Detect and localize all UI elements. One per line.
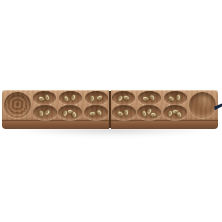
pit-top-4[interactable] (112, 91, 135, 105)
pit-top-2[interactable] (59, 91, 82, 105)
seed (90, 94, 95, 101)
mancala-board (2, 90, 218, 129)
pit-bottom-5[interactable] (137, 105, 161, 120)
pit-top-5[interactable] (138, 91, 161, 105)
seed (123, 93, 131, 100)
board-surface-right (111, 90, 218, 120)
pit-bottom-2[interactable] (58, 105, 82, 120)
pit-top-3[interactable] (85, 91, 108, 105)
photo-stage (0, 0, 222, 222)
seed (167, 94, 176, 102)
pit-bottom-1[interactable] (33, 105, 57, 120)
seed (124, 108, 130, 116)
seed (175, 110, 183, 119)
store-left (4, 92, 31, 118)
pit-bottom-4[interactable] (112, 105, 136, 120)
seed (70, 93, 77, 101)
seed (71, 110, 79, 119)
seed (95, 108, 103, 117)
seed (44, 93, 51, 101)
board-surface-left (2, 90, 109, 120)
board-front-edge-right (111, 120, 218, 129)
seed (150, 111, 158, 117)
pit-bottom-3[interactable] (84, 105, 108, 120)
seed (95, 94, 103, 101)
seed (44, 108, 52, 117)
board-half-left (2, 90, 109, 129)
pit-top-1[interactable] (33, 91, 56, 105)
board-front-edge-left (2, 120, 109, 129)
seed (175, 93, 181, 100)
store-right (189, 92, 216, 118)
pit-bottom-6[interactable] (163, 105, 187, 120)
pit-top-6[interactable] (164, 91, 187, 105)
board-half-right (111, 90, 218, 129)
seed (149, 93, 157, 102)
